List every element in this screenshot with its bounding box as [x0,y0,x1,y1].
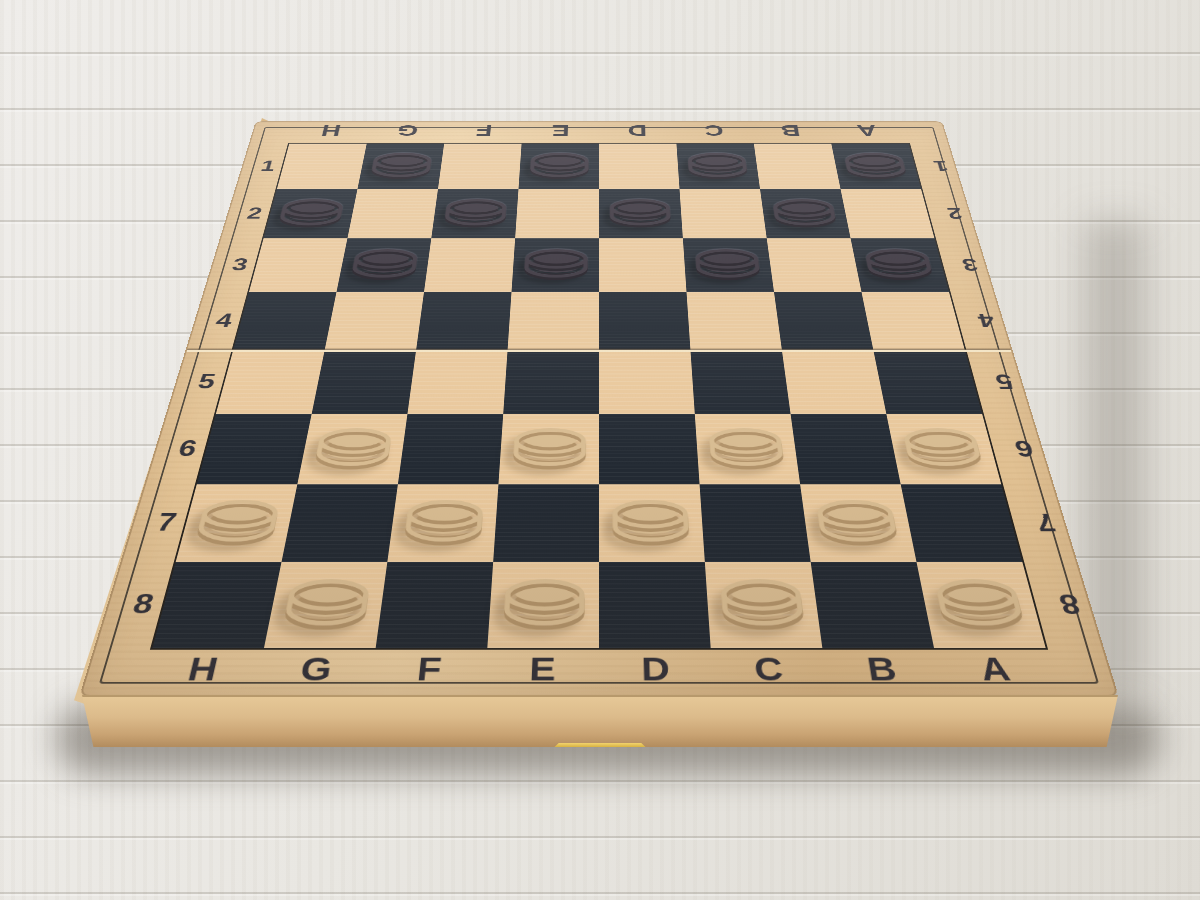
file-label-bottom-E: E [484,648,599,697]
square-A1[interactable]: ⛂ [831,144,921,189]
square-F7[interactable]: ⛂ [387,484,498,562]
square-D4[interactable] [599,292,690,350]
square-G6[interactable]: ⛂ [297,414,407,484]
square-A3[interactable]: ⛂ [851,238,949,292]
square-G4[interactable] [325,292,424,350]
dark-piece-A3[interactable]: ⛂ [857,234,939,286]
square-H2[interactable]: ⛂ [264,189,358,238]
square-E8[interactable]: ⛂ [487,562,599,648]
square-F3[interactable] [424,238,515,292]
file-label-top-H: H [289,121,371,143]
checkers-board: HGFEDCBA HGFEDCBA 12345678 12345678 ⛂⛂⛂⛂… [79,121,1119,697]
square-H4[interactable] [233,292,336,350]
square-F4[interactable] [416,292,511,350]
square-C4[interactable] [686,292,781,350]
file-label-top-B: B [751,121,831,143]
square-D7[interactable]: ⛂ [599,484,705,562]
square-A8[interactable]: ⛂ [916,562,1045,648]
light-piece-C8[interactable]: ⛂ [714,555,811,638]
square-H3[interactable] [249,238,347,292]
file-label-bottom-D: D [599,648,714,697]
square-G8[interactable]: ⛂ [264,562,387,648]
light-piece-B7[interactable]: ⛂ [808,478,904,553]
file-label-bottom-B: B [822,648,944,697]
dark-piece-C1[interactable]: ⛂ [683,140,752,184]
square-F8[interactable] [376,562,494,648]
playing-area: ⛂⛂⛂⛂⛂⛂⛂⛂⛂⛂⛂⛂⛂⛂⛂⛂⛂⛂⛂⛂⛂⛂⛂⛂ [150,143,1048,650]
square-F2[interactable]: ⛂ [431,189,518,238]
light-piece-C6[interactable]: ⛂ [703,408,790,476]
file-label-bottom-C: C [711,648,829,697]
square-D2[interactable]: ⛂ [599,189,683,238]
square-A4[interactable] [861,292,964,350]
square-G3[interactable]: ⛂ [337,238,432,292]
board-front-edge [82,695,1118,747]
square-B8[interactable] [811,562,934,648]
file-label-top-D: D [599,121,676,143]
square-E6[interactable]: ⛂ [498,414,599,484]
file-label-bottom-F: F [369,648,487,697]
square-E4[interactable] [508,292,599,350]
square-B2[interactable]: ⛂ [760,189,851,238]
square-E1[interactable]: ⛂ [518,144,599,189]
dark-piece-F2[interactable]: ⛂ [440,185,512,233]
light-piece-G6[interactable]: ⛂ [308,408,399,476]
hinge-seam [187,349,1012,352]
dark-piece-H2[interactable]: ⛂ [273,185,351,233]
square-H5[interactable] [216,350,325,414]
square-B3[interactable] [767,238,862,292]
dark-piece-G3[interactable]: ⛂ [346,234,424,286]
square-H8[interactable] [152,562,281,648]
light-piece-E8[interactable]: ⛂ [498,555,589,638]
dark-piece-E3[interactable]: ⛂ [520,234,591,286]
square-D3[interactable] [599,238,686,292]
dark-piece-D2[interactable]: ⛂ [606,185,674,233]
square-D8[interactable] [599,562,711,648]
file-label-top-F: F [444,121,523,143]
light-piece-A6[interactable]: ⛂ [894,408,990,476]
light-piece-F7[interactable]: ⛂ [398,478,489,553]
square-B7[interactable]: ⛂ [800,484,916,562]
square-C6[interactable]: ⛂ [695,414,800,484]
dark-piece-E1[interactable]: ⛂ [526,140,592,184]
square-C8[interactable]: ⛂ [705,562,823,648]
light-piece-H7[interactable]: ⛂ [188,478,290,553]
square-A6[interactable]: ⛂ [886,414,1001,484]
light-piece-D7[interactable]: ⛂ [608,478,694,553]
square-C1[interactable]: ⛂ [676,144,760,189]
scene: HGFEDCBA HGFEDCBA 12345678 12345678 ⛂⛂⛂⛂… [0,0,1200,900]
dark-piece-A1[interactable]: ⛂ [838,140,913,184]
dark-piece-G1[interactable]: ⛂ [366,140,438,184]
dark-piece-B2[interactable]: ⛂ [767,185,842,233]
light-piece-E6[interactable]: ⛂ [508,408,590,476]
square-H7[interactable]: ⛂ [176,484,298,562]
dark-piece-C3[interactable]: ⛂ [690,234,765,286]
square-E3[interactable]: ⛂ [512,238,599,292]
square-D5[interactable] [599,350,695,414]
square-G1[interactable]: ⛂ [357,144,444,189]
file-labels-bottom: HGFEDCBA [139,648,1059,697]
file-label-bottom-G: G [254,648,376,697]
file-label-bottom-H: H [139,648,264,697]
square-F5[interactable] [407,350,507,414]
light-piece-G8[interactable]: ⛂ [276,555,378,638]
square-C3[interactable]: ⛂ [683,238,774,292]
light-piece-A8[interactable]: ⛂ [925,555,1033,638]
square-B4[interactable] [774,292,873,350]
square-B5[interactable] [782,350,886,414]
file-label-bottom-A: A [934,648,1059,697]
